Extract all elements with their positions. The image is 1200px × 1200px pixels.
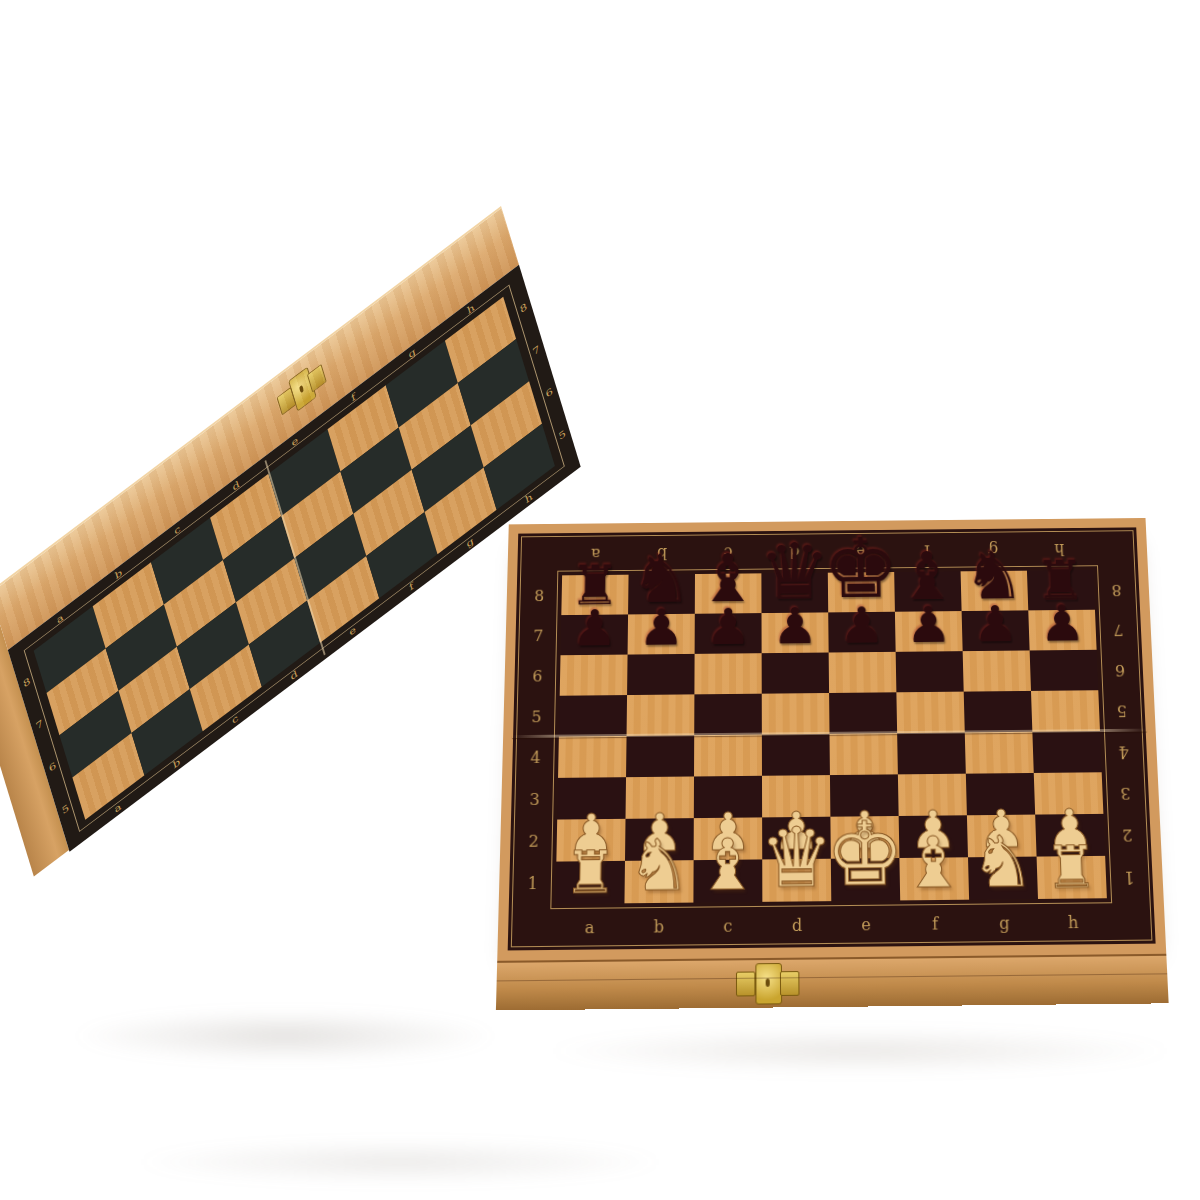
closed-box-rank-label-left-5: 5 bbox=[61, 802, 71, 816]
square-h5[interactable] bbox=[1031, 690, 1100, 732]
closed-box-file-label-bottom-h: h bbox=[524, 491, 534, 506]
piece-black-pawn-b7[interactable]: ♟ bbox=[638, 602, 684, 652]
rank-label-right-5: 5 bbox=[1116, 701, 1127, 720]
square-f7[interactable]: ♟ bbox=[895, 611, 963, 652]
square-a6[interactable] bbox=[560, 655, 628, 696]
rank-label-right-6: 6 bbox=[1115, 661, 1126, 679]
piece-white-queen-d1[interactable]: ♛ bbox=[759, 817, 834, 900]
piece-black-pawn-f7[interactable]: ♟ bbox=[905, 600, 952, 650]
closed-chess-box: aabbccddeeffgghh88776655 bbox=[0, 206, 580, 850]
rank-label-right-1: 1 bbox=[1124, 867, 1135, 886]
file-label-bottom-h: h bbox=[1068, 912, 1079, 931]
rank-label-right-8: 8 bbox=[1111, 581, 1122, 599]
rank-label-left-3: 3 bbox=[529, 789, 540, 808]
square-e6[interactable] bbox=[829, 652, 897, 693]
rank-label-right-2: 2 bbox=[1122, 825, 1133, 844]
closed-box-rank-label-right-6: 6 bbox=[544, 385, 554, 399]
square-b6[interactable] bbox=[627, 654, 695, 695]
square-b1[interactable]: ♞ bbox=[624, 860, 693, 903]
closed-box-file-label-top-h: h bbox=[466, 302, 476, 317]
file-label-bottom-c: c bbox=[723, 916, 732, 935]
rank-label-right-7: 7 bbox=[1113, 620, 1124, 638]
square-c5[interactable] bbox=[694, 694, 762, 736]
piece-black-pawn-a7[interactable]: ♟ bbox=[571, 603, 618, 653]
file-label-bottom-e: e bbox=[861, 914, 871, 933]
board-grid: ♜♞♝♛♚♝♞♜♟♟♟♟♟♟♟♟♟♟♟♟♟♟♟♟♜♞♝♛♚♝♞♜ bbox=[555, 570, 1106, 904]
square-d5[interactable] bbox=[762, 693, 830, 735]
file-label-bottom-b: b bbox=[653, 917, 664, 936]
square-d1[interactable]: ♛ bbox=[762, 859, 831, 902]
piece-black-pawn-e7[interactable]: ♟ bbox=[839, 600, 886, 650]
closed-box-rank-label-right-7: 7 bbox=[531, 343, 541, 357]
square-g6[interactable] bbox=[963, 650, 1031, 691]
square-a7[interactable]: ♟ bbox=[561, 614, 629, 655]
board-front-side bbox=[496, 954, 1169, 1011]
square-e5[interactable] bbox=[829, 692, 897, 734]
square-f5[interactable] bbox=[896, 692, 964, 734]
piece-white-king-e1[interactable]: ♚ bbox=[825, 810, 906, 899]
square-f4[interactable] bbox=[897, 732, 966, 774]
rank-label-left-6: 6 bbox=[532, 666, 542, 684]
file-label-bottom-f: f bbox=[932, 914, 938, 933]
square-h4[interactable] bbox=[1032, 731, 1101, 773]
closed-box-file-label-bottom-f: f bbox=[408, 580, 415, 592]
open-chess-board: 8765432187654321abcdefghabcdefgh ♜♞♝♛♚♝♞… bbox=[496, 518, 1169, 1008]
closed-box-file-label-top-a: a bbox=[55, 611, 64, 625]
rank-label-right-4: 4 bbox=[1118, 742, 1129, 761]
square-b4[interactable] bbox=[626, 735, 694, 777]
rank-label-left-4: 4 bbox=[530, 748, 541, 767]
piece-white-knight-b1[interactable]: ♞ bbox=[627, 830, 691, 901]
rank-label-left-8: 8 bbox=[534, 586, 544, 604]
piece-white-rook-h1[interactable]: ♜ bbox=[1044, 838, 1099, 897]
file-label-bottom-d: d bbox=[792, 915, 803, 934]
square-e1[interactable]: ♚ bbox=[831, 858, 900, 901]
square-c4[interactable] bbox=[694, 735, 762, 777]
closed-box-file-label-top-e: e bbox=[290, 434, 299, 448]
closed-box-rank-label-left-8: 8 bbox=[22, 675, 32, 689]
closed-box-brass-latch-icon bbox=[275, 358, 329, 421]
square-c7[interactable]: ♟ bbox=[695, 613, 762, 654]
square-b7[interactable]: ♟ bbox=[628, 614, 695, 655]
closed-box-file-label-bottom-d: d bbox=[289, 668, 299, 682]
closed-box-file-label-top-f: f bbox=[350, 391, 357, 403]
closed-box-rank-label-right-8: 8 bbox=[518, 300, 528, 314]
piece-white-bishop-f1[interactable]: ♝ bbox=[902, 827, 967, 898]
piece-black-pawn-g7[interactable]: ♟ bbox=[972, 599, 1019, 649]
piece-black-pawn-c7[interactable]: ♟ bbox=[705, 602, 751, 652]
closed-box-file-label-top-c: c bbox=[173, 523, 182, 537]
closed-box-file-label-top-d: d bbox=[231, 479, 241, 493]
product-photo-canvas: aabbccddeeffgghh88776655 876543218765432… bbox=[0, 0, 1200, 1200]
square-h6[interactable] bbox=[1030, 650, 1099, 691]
closed-box-file-label-bottom-g: g bbox=[465, 535, 475, 549]
square-h7[interactable]: ♟ bbox=[1028, 610, 1096, 651]
square-a5[interactable] bbox=[559, 695, 627, 737]
piece-white-bishop-c1[interactable]: ♝ bbox=[696, 829, 760, 900]
shadow-smudge bbox=[70, 1010, 500, 1062]
closed-box-file-label-top-g: g bbox=[407, 346, 417, 360]
closed-box-file-label-bottom-c: c bbox=[231, 712, 240, 726]
closed-box-rank-label-right-5: 5 bbox=[557, 427, 567, 441]
closed-box-rank-label-left-7: 7 bbox=[35, 717, 45, 731]
piece-white-rook-a1[interactable]: ♜ bbox=[564, 843, 618, 902]
square-c1[interactable]: ♝ bbox=[693, 859, 762, 902]
square-d6[interactable] bbox=[762, 653, 829, 694]
closed-box-file-label-bottom-e: e bbox=[348, 624, 357, 638]
piece-white-knight-g1[interactable]: ♞ bbox=[970, 827, 1035, 898]
piece-black-pawn-h7[interactable]: ♟ bbox=[1038, 598, 1086, 648]
square-b5[interactable] bbox=[627, 694, 695, 736]
rank-label-left-5: 5 bbox=[531, 707, 542, 726]
brass-latch-icon bbox=[736, 963, 800, 1003]
square-d7[interactable]: ♟ bbox=[762, 612, 829, 653]
square-h1[interactable]: ♜ bbox=[1037, 856, 1107, 899]
square-f1[interactable]: ♝ bbox=[899, 857, 969, 900]
file-label-bottom-a: a bbox=[585, 917, 595, 936]
rank-label-right-3: 3 bbox=[1120, 783, 1131, 802]
closed-box-rank-label-left-6: 6 bbox=[48, 759, 58, 773]
shadow-smudge bbox=[540, 1028, 1180, 1074]
closed-box-file-label-bottom-b: b bbox=[172, 756, 182, 770]
square-a4[interactable] bbox=[558, 736, 627, 778]
square-f6[interactable] bbox=[896, 651, 964, 692]
square-g1[interactable]: ♞ bbox=[968, 857, 1038, 900]
closed-box-file-label-top-b: b bbox=[114, 567, 124, 581]
shadow-smudge bbox=[130, 1140, 670, 1184]
rank-label-left-1: 1 bbox=[527, 873, 538, 892]
square-e7[interactable]: ♟ bbox=[828, 612, 895, 653]
square-g4[interactable] bbox=[965, 732, 1034, 774]
square-e4[interactable] bbox=[830, 733, 898, 775]
rank-label-left-7: 7 bbox=[533, 626, 543, 644]
square-a1[interactable]: ♜ bbox=[555, 861, 624, 904]
closed-box-file-label-bottom-a: a bbox=[113, 801, 122, 815]
square-g7[interactable]: ♟ bbox=[962, 610, 1030, 651]
square-c6[interactable] bbox=[694, 653, 761, 694]
square-g5[interactable] bbox=[964, 691, 1033, 733]
file-label-bottom-g: g bbox=[999, 913, 1010, 932]
rank-label-left-2: 2 bbox=[528, 831, 539, 850]
square-d4[interactable] bbox=[762, 734, 830, 776]
piece-black-pawn-d7[interactable]: ♟ bbox=[772, 601, 818, 651]
board-surface: 8765432187654321abcdefghabcdefgh ♜♞♝♛♚♝♞… bbox=[497, 518, 1166, 961]
